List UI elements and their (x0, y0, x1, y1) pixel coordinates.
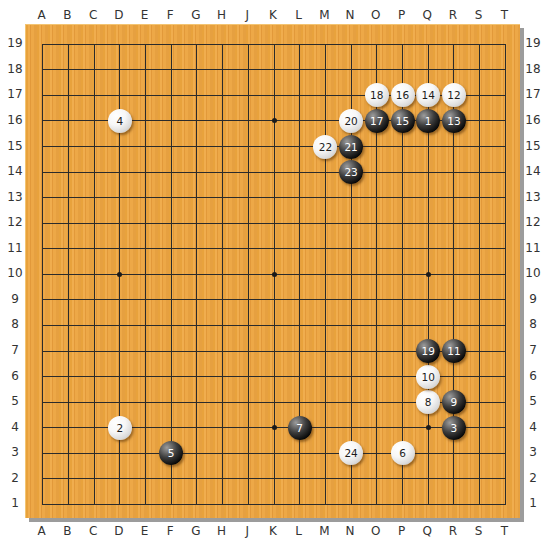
row-label-right-11: 11 (525, 241, 540, 255)
move-number: 11 (447, 345, 460, 357)
row-label-left-2: 2 (11, 471, 19, 485)
column-label-top-p: P (398, 8, 405, 22)
stone-black-q16: 1 (416, 109, 440, 133)
column-label-bottom-f: F (167, 524, 174, 538)
column-label-top-e: E (141, 8, 149, 22)
column-label-bottom-h: H (217, 524, 226, 538)
stone-black-l4: 7 (288, 416, 312, 440)
column-label-bottom-m: M (319, 524, 329, 538)
stone-black-o16: 17 (365, 109, 389, 133)
column-label-top-c: C (89, 8, 97, 22)
row-label-left-16: 16 (7, 113, 22, 127)
stone-black-r4: 3 (442, 416, 466, 440)
column-label-top-q: Q (422, 8, 431, 22)
move-number: 14 (422, 89, 435, 101)
row-label-left-5: 5 (11, 394, 19, 408)
column-label-top-f: F (167, 8, 174, 22)
column-label-bottom-b: B (63, 524, 71, 538)
move-number: 18 (370, 89, 383, 101)
row-label-left-8: 8 (11, 317, 19, 331)
go-board[interactable]: 123456789101112131415161718192021222324 (25, 24, 520, 518)
go-diagram-window: 123456789101112131415161718192021222324 … (0, 0, 550, 550)
stone-black-r7: 11 (442, 339, 466, 363)
row-label-right-18: 18 (525, 62, 540, 76)
row-label-right-2: 2 (529, 471, 537, 485)
row-label-left-1: 1 (11, 496, 19, 510)
row-label-left-6: 6 (11, 369, 19, 383)
move-number: 3 (451, 422, 458, 434)
row-label-left-9: 9 (11, 292, 19, 306)
column-label-bottom-t: T (501, 524, 508, 538)
move-number: 2 (116, 422, 123, 434)
stone-black-r16: 13 (442, 109, 466, 133)
column-label-bottom-o: O (371, 524, 380, 538)
column-label-top-m: M (319, 8, 329, 22)
column-label-bottom-p: P (398, 524, 405, 538)
grid-line-horizontal (42, 504, 506, 505)
grid-line-horizontal (42, 197, 506, 198)
grid-line-horizontal (42, 478, 506, 479)
row-label-right-12: 12 (525, 215, 540, 229)
row-label-right-17: 17 (525, 87, 540, 101)
row-label-left-10: 10 (7, 266, 22, 280)
row-label-right-9: 9 (529, 292, 537, 306)
row-label-right-4: 4 (529, 420, 537, 434)
star-point-q10 (426, 272, 431, 277)
row-label-left-18: 18 (7, 62, 22, 76)
grid-line-horizontal (42, 44, 506, 45)
stone-white-d16: 4 (108, 109, 132, 133)
move-number: 23 (344, 166, 357, 178)
column-label-bottom-k: K (269, 524, 277, 538)
move-number: 1 (425, 115, 432, 127)
grid-line-horizontal (42, 172, 506, 173)
row-label-right-5: 5 (529, 394, 537, 408)
column-label-top-a: A (38, 8, 46, 22)
move-number: 20 (344, 115, 357, 127)
stone-black-n14: 23 (339, 160, 363, 184)
column-label-bottom-a: A (38, 524, 46, 538)
star-point-q4 (426, 425, 431, 430)
move-number: 9 (451, 396, 458, 408)
stone-white-m15: 22 (313, 135, 337, 159)
row-label-right-10: 10 (525, 266, 540, 280)
stone-white-q6: 10 (416, 365, 440, 389)
column-label-top-k: K (269, 8, 277, 22)
grid-line-horizontal (42, 248, 506, 249)
move-number: 15 (396, 115, 409, 127)
move-number: 24 (344, 447, 357, 459)
stone-white-p17: 16 (391, 83, 415, 107)
row-label-left-19: 19 (7, 36, 22, 50)
stone-white-q17: 14 (416, 83, 440, 107)
grid-line-horizontal (42, 325, 506, 326)
column-label-bottom-g: G (191, 524, 200, 538)
column-label-bottom-c: C (89, 524, 97, 538)
stone-white-n3: 24 (339, 441, 363, 465)
row-label-right-1: 1 (529, 496, 537, 510)
row-label-right-14: 14 (525, 164, 540, 178)
row-label-right-16: 16 (525, 113, 540, 127)
stone-white-r17: 12 (442, 83, 466, 107)
grid-line-horizontal (42, 146, 506, 147)
move-number: 4 (116, 115, 123, 127)
stone-white-q5: 8 (416, 390, 440, 414)
move-number: 13 (447, 115, 460, 127)
stone-black-p16: 15 (391, 109, 415, 133)
row-label-left-4: 4 (11, 420, 19, 434)
row-label-left-13: 13 (7, 190, 22, 204)
column-label-bottom-d: D (114, 524, 123, 538)
row-label-right-19: 19 (525, 36, 540, 50)
move-number: 16 (396, 89, 409, 101)
move-number: 8 (425, 396, 432, 408)
move-number: 19 (422, 345, 435, 357)
row-label-right-6: 6 (529, 369, 537, 383)
move-number: 5 (168, 447, 175, 459)
column-label-bottom-l: L (295, 524, 302, 538)
grid-line-horizontal (42, 453, 506, 454)
star-point-d10 (117, 272, 122, 277)
stone-black-q7: 19 (416, 339, 440, 363)
column-label-top-r: R (449, 8, 457, 22)
move-number: 10 (422, 371, 435, 383)
row-label-right-15: 15 (525, 139, 540, 153)
move-number: 6 (399, 447, 406, 459)
star-point-k10 (272, 272, 277, 277)
stone-white-d4: 2 (108, 416, 132, 440)
stone-black-f3: 5 (159, 441, 183, 465)
column-label-top-t: T (501, 8, 508, 22)
row-label-left-17: 17 (7, 87, 22, 101)
column-label-bottom-e: E (141, 524, 149, 538)
star-point-k4 (272, 425, 277, 430)
row-label-left-7: 7 (11, 343, 19, 357)
move-number: 7 (296, 422, 303, 434)
row-label-left-3: 3 (11, 445, 19, 459)
column-label-top-s: S (475, 8, 483, 22)
column-label-top-g: G (191, 8, 200, 22)
stone-black-n15: 21 (339, 135, 363, 159)
column-label-bottom-s: S (475, 524, 483, 538)
move-number: 12 (447, 89, 460, 101)
column-label-top-b: B (63, 8, 71, 22)
row-label-right-3: 3 (529, 445, 537, 459)
grid-line-horizontal (42, 69, 506, 70)
row-label-left-12: 12 (7, 215, 22, 229)
column-label-top-j: J (246, 8, 250, 22)
grid-line-horizontal (42, 299, 506, 300)
column-label-top-n: N (346, 8, 355, 22)
stone-black-r5: 9 (442, 390, 466, 414)
stone-white-n16: 20 (339, 109, 363, 133)
stone-white-o17: 18 (365, 83, 389, 107)
row-label-left-11: 11 (7, 241, 22, 255)
column-label-top-d: D (114, 8, 123, 22)
row-label-right-13: 13 (525, 190, 540, 204)
column-label-bottom-n: N (346, 524, 355, 538)
star-point-k16 (272, 118, 277, 123)
column-label-top-h: H (217, 8, 226, 22)
row-label-left-15: 15 (7, 139, 22, 153)
row-label-right-8: 8 (529, 317, 537, 331)
column-label-bottom-q: Q (422, 524, 431, 538)
column-label-bottom-j: J (246, 524, 250, 538)
move-number: 22 (319, 141, 332, 153)
row-label-right-7: 7 (529, 343, 537, 357)
row-label-left-14: 14 (7, 164, 22, 178)
move-number: 21 (344, 141, 357, 153)
column-label-top-l: L (295, 8, 302, 22)
stone-white-p3: 6 (391, 441, 415, 465)
column-label-top-o: O (371, 8, 380, 22)
grid-line-horizontal (42, 223, 506, 224)
column-label-bottom-r: R (449, 524, 457, 538)
move-number: 17 (370, 115, 383, 127)
